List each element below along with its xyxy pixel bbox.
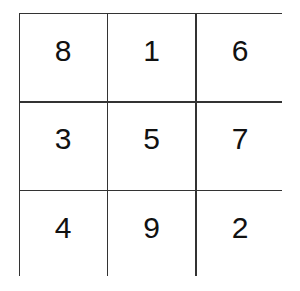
cell-value: 3 xyxy=(55,124,72,154)
cell-value: 9 xyxy=(143,213,160,243)
grid-cell-r2c1: 3 xyxy=(20,103,107,190)
grid-cell-r1c3: 6 xyxy=(197,14,284,101)
cell-value: 4 xyxy=(55,213,72,243)
magic-square-board: 8 1 6 3 5 7 4 9 2 xyxy=(19,13,282,276)
grid-cell-r3c1: 4 xyxy=(20,191,107,278)
grid-cell-r3c3: 2 xyxy=(197,191,284,278)
cell-value: 1 xyxy=(143,36,160,66)
cell-value: 6 xyxy=(232,36,249,66)
grid-cell-r3c2: 9 xyxy=(108,191,195,278)
grid-cell-r1c1: 8 xyxy=(20,14,107,101)
cell-value: 2 xyxy=(232,213,249,243)
cell-value: 5 xyxy=(143,124,160,154)
cell-value: 8 xyxy=(55,36,72,66)
grid-cell-r1c2: 1 xyxy=(108,14,195,101)
grid-cell-r2c2: 5 xyxy=(108,103,195,190)
grid-cell-r2c3: 7 xyxy=(197,103,284,190)
cell-value: 7 xyxy=(232,124,249,154)
